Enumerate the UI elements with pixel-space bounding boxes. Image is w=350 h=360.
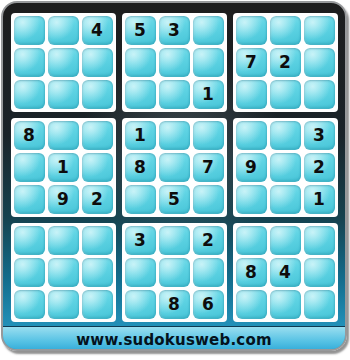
cell-r7c4[interactable]: 3 <box>125 226 156 255</box>
cell-r6c6[interactable] <box>193 185 224 214</box>
cell-r8c7[interactable]: 8 <box>236 258 267 287</box>
cell-r8c1[interactable] <box>14 258 45 287</box>
cell-r9c2[interactable] <box>48 290 79 319</box>
cell-r7c9[interactable] <box>304 226 335 255</box>
cell-r3c7[interactable] <box>236 80 267 109</box>
cell-r3c8[interactable] <box>270 80 301 109</box>
sudoku-board: 453172819218753921328684 <box>11 13 338 322</box>
cell-r4c3[interactable] <box>82 121 113 150</box>
footer-band: www.sudokusweb.com <box>3 326 345 351</box>
box-r3c3: 84 <box>233 223 338 322</box>
box-r2c1: 8192 <box>11 118 116 217</box>
cell-r1c1[interactable] <box>14 16 45 45</box>
cell-r5c7[interactable]: 9 <box>236 153 267 182</box>
board-frame: 453172819218753921328684 www.sudokusweb.… <box>1 1 347 351</box>
cell-r2c1[interactable] <box>14 48 45 77</box>
cell-r9c4[interactable] <box>125 290 156 319</box>
cell-r8c3[interactable] <box>82 258 113 287</box>
cell-r7c7[interactable] <box>236 226 267 255</box>
cell-r3c1[interactable] <box>14 80 45 109</box>
box-r1c2: 531 <box>122 13 227 112</box>
cell-r1c3[interactable]: 4 <box>82 16 113 45</box>
cell-r4c7[interactable] <box>236 121 267 150</box>
cell-r4c6[interactable] <box>193 121 224 150</box>
cell-r6c8[interactable] <box>270 185 301 214</box>
cell-r7c3[interactable] <box>82 226 113 255</box>
cell-r5c5[interactable] <box>159 153 190 182</box>
cell-r3c3[interactable] <box>82 80 113 109</box>
cell-r9c6[interactable]: 6 <box>193 290 224 319</box>
cell-r1c9[interactable] <box>304 16 335 45</box>
cell-r2c7[interactable]: 7 <box>236 48 267 77</box>
cell-r9c9[interactable] <box>304 290 335 319</box>
cell-r9c7[interactable] <box>236 290 267 319</box>
cell-r3c5[interactable] <box>159 80 190 109</box>
cell-r4c5[interactable] <box>159 121 190 150</box>
cell-r6c4[interactable] <box>125 185 156 214</box>
cell-r5c4[interactable]: 8 <box>125 153 156 182</box>
cell-r2c4[interactable] <box>125 48 156 77</box>
cell-r6c1[interactable] <box>14 185 45 214</box>
cell-r6c2[interactable]: 9 <box>48 185 79 214</box>
cell-r4c8[interactable] <box>270 121 301 150</box>
board-area: 453172819218753921328684 <box>3 3 345 326</box>
cell-r7c5[interactable] <box>159 226 190 255</box>
cell-r4c4[interactable]: 1 <box>125 121 156 150</box>
website-link[interactable]: www.sudokusweb.com <box>76 331 271 349</box>
cell-r4c9[interactable]: 3 <box>304 121 335 150</box>
cell-r1c5[interactable]: 3 <box>159 16 190 45</box>
cell-r5c8[interactable] <box>270 153 301 182</box>
box-r1c3: 72 <box>233 13 338 112</box>
box-r2c2: 1875 <box>122 118 227 217</box>
cell-r1c2[interactable] <box>48 16 79 45</box>
cell-r7c2[interactable] <box>48 226 79 255</box>
cell-r5c1[interactable] <box>14 153 45 182</box>
cell-r1c7[interactable] <box>236 16 267 45</box>
cell-r7c6[interactable]: 2 <box>193 226 224 255</box>
cell-r6c5[interactable]: 5 <box>159 185 190 214</box>
cell-r4c1[interactable]: 8 <box>14 121 45 150</box>
cell-r2c6[interactable] <box>193 48 224 77</box>
cell-r3c4[interactable] <box>125 80 156 109</box>
cell-r5c3[interactable] <box>82 153 113 182</box>
cell-r8c4[interactable] <box>125 258 156 287</box>
cell-r4c2[interactable] <box>48 121 79 150</box>
cell-r8c5[interactable] <box>159 258 190 287</box>
cell-r2c3[interactable] <box>82 48 113 77</box>
cell-r2c2[interactable] <box>48 48 79 77</box>
cell-r9c8[interactable] <box>270 290 301 319</box>
cell-r5c2[interactable]: 1 <box>48 153 79 182</box>
cell-r9c1[interactable] <box>14 290 45 319</box>
cell-r7c1[interactable] <box>14 226 45 255</box>
box-r3c1 <box>11 223 116 322</box>
cell-r5c6[interactable]: 7 <box>193 153 224 182</box>
cell-r8c6[interactable] <box>193 258 224 287</box>
box-r3c2: 3286 <box>122 223 227 322</box>
cell-r6c3[interactable]: 2 <box>82 185 113 214</box>
cell-r6c7[interactable] <box>236 185 267 214</box>
box-r1c1: 4 <box>11 13 116 112</box>
cell-r1c4[interactable]: 5 <box>125 16 156 45</box>
sudoku-page: 453172819218753921328684 www.sudokusweb.… <box>0 0 350 360</box>
cell-r2c5[interactable] <box>159 48 190 77</box>
cell-r8c8[interactable]: 4 <box>270 258 301 287</box>
cell-r3c6[interactable]: 1 <box>193 80 224 109</box>
cell-r1c8[interactable] <box>270 16 301 45</box>
cell-r9c3[interactable] <box>82 290 113 319</box>
cell-r1c6[interactable] <box>193 16 224 45</box>
cell-r7c8[interactable] <box>270 226 301 255</box>
box-r2c3: 3921 <box>233 118 338 217</box>
cell-r2c9[interactable] <box>304 48 335 77</box>
cell-r8c2[interactable] <box>48 258 79 287</box>
cell-r9c5[interactable]: 8 <box>159 290 190 319</box>
cell-r3c9[interactable] <box>304 80 335 109</box>
cell-r5c9[interactable]: 2 <box>304 153 335 182</box>
cell-r6c9[interactable]: 1 <box>304 185 335 214</box>
cell-r8c9[interactable] <box>304 258 335 287</box>
cell-r3c2[interactable] <box>48 80 79 109</box>
cell-r2c8[interactable]: 2 <box>270 48 301 77</box>
